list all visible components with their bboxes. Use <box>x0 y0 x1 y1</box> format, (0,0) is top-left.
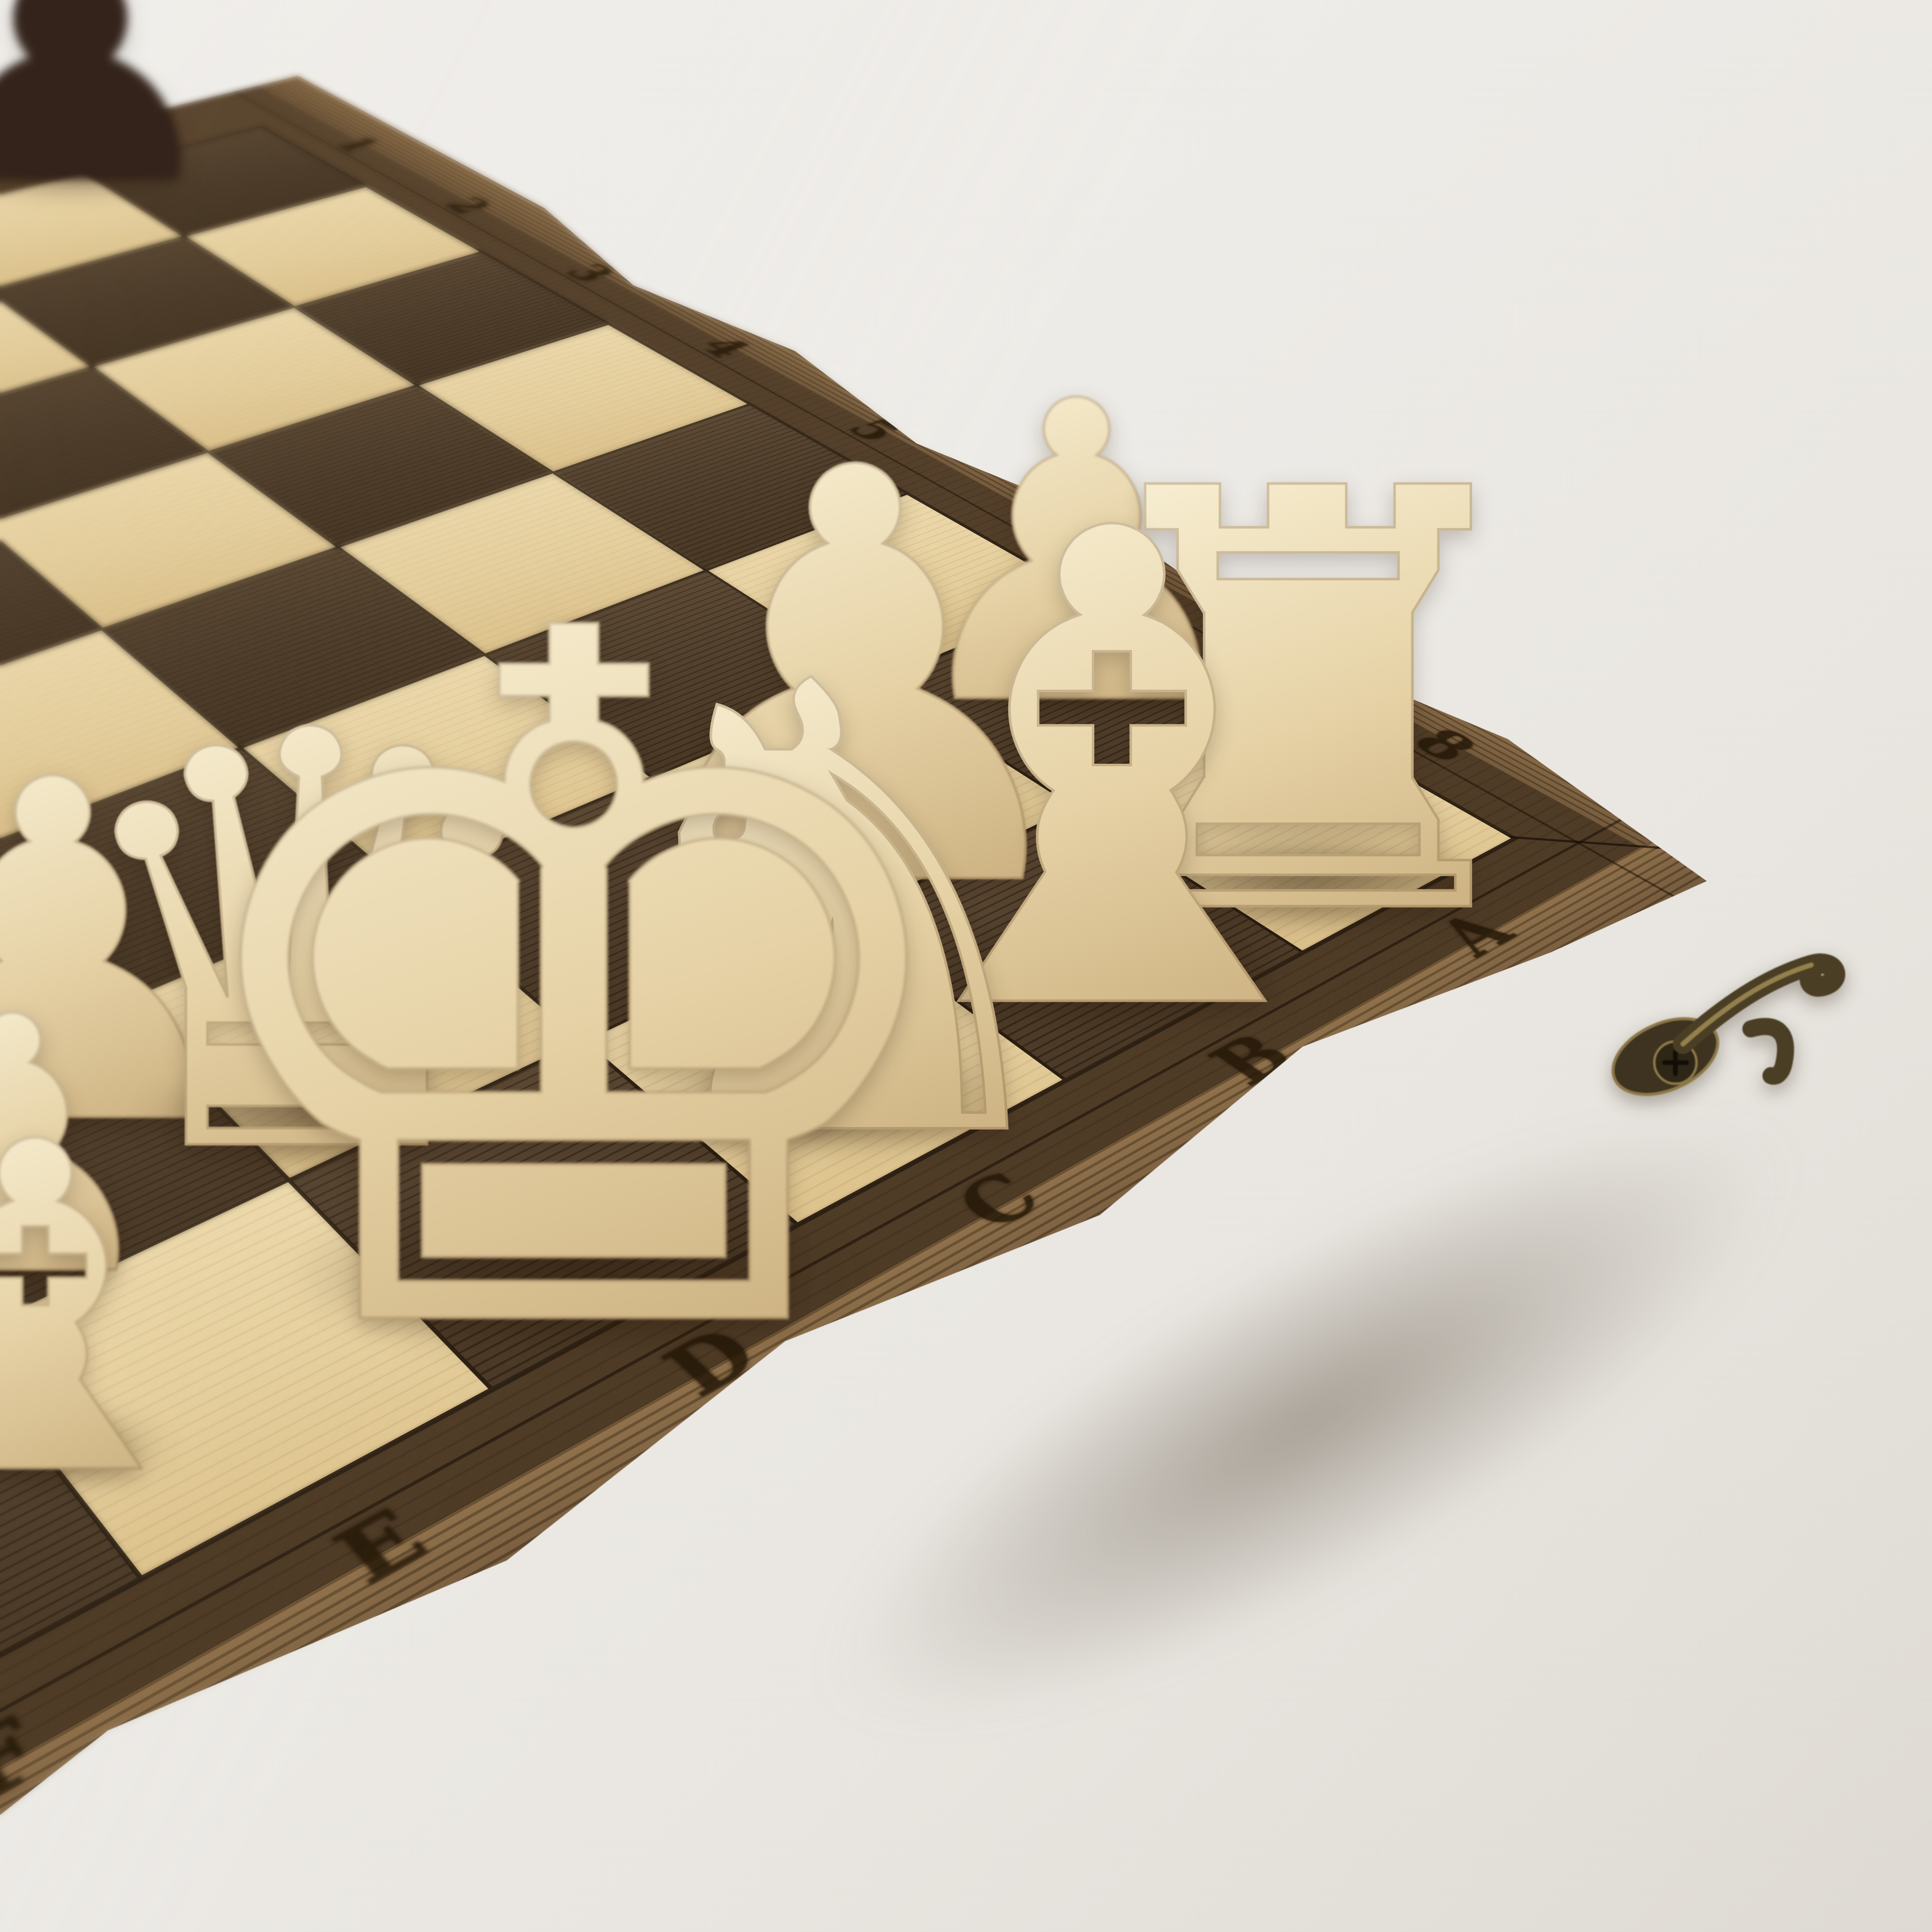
file-label-f: F <box>0 1616 174 1920</box>
white-bishop-f8: ♝ <box>0 1085 238 1538</box>
clasp-prong <box>1751 1026 1786 1076</box>
brass-clasp <box>1600 886 1862 1137</box>
black-pawn-a2: ♟ <box>0 0 233 234</box>
white-king-d8: ♚ <box>147 513 1000 1464</box>
photo-canvas: { "game": "chess", "scene_type": "overhe… <box>0 0 1932 1932</box>
